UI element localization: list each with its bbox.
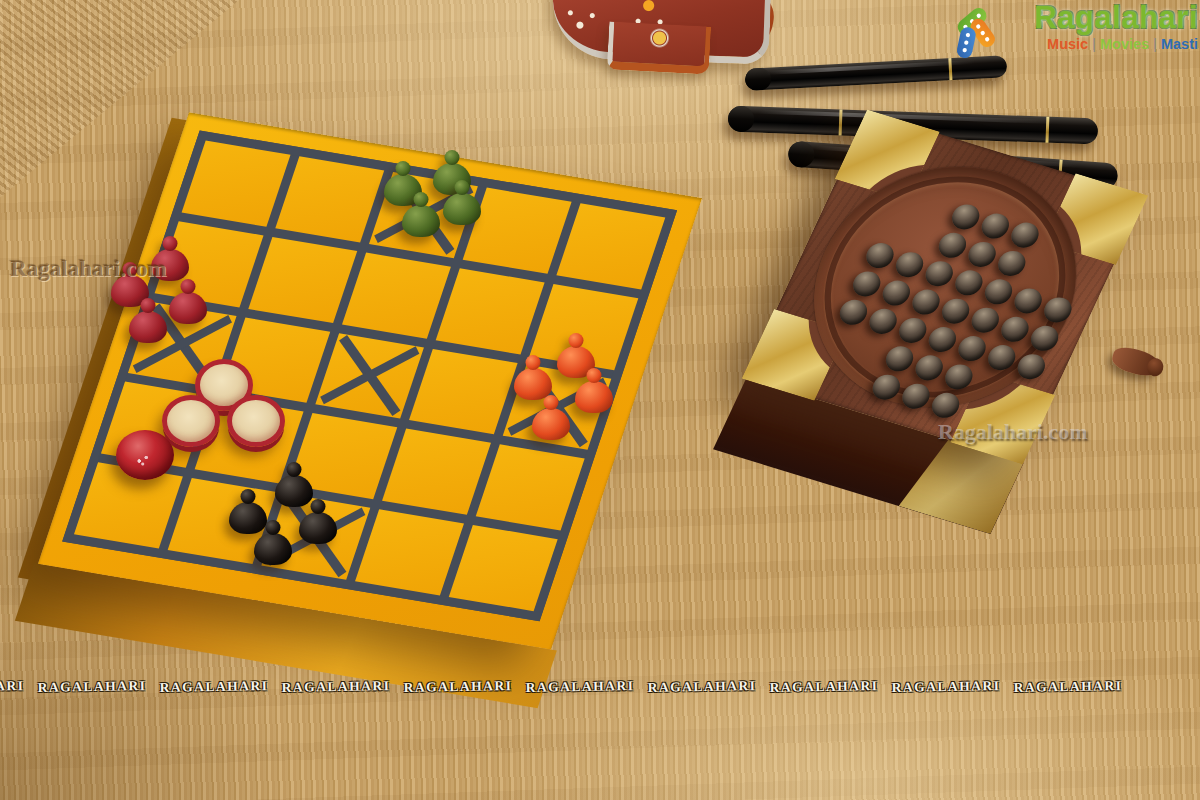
logo-tagline: Music|Movies|Masti (1004, 36, 1198, 52)
tagline-separator: | (1092, 36, 1096, 52)
solitaire-ball (862, 240, 898, 271)
solitaire-ball (911, 352, 947, 383)
tagline-separator: | (1153, 36, 1157, 52)
solitaire-ball (967, 305, 1003, 336)
board-cell-4-5 (476, 445, 585, 531)
solitaire-ball (892, 249, 928, 280)
filmstrip-bird-icon (946, 2, 1004, 60)
pen-cap (787, 141, 815, 169)
board-cell-1-5 (556, 203, 665, 289)
tagline-masti: Masti (1161, 36, 1198, 52)
solitaire-ball (908, 286, 944, 317)
watermark: Ragalahari.com (10, 256, 167, 282)
board-cell-5-1 (74, 462, 183, 548)
solitaire-ball (994, 248, 1030, 279)
solitaire-ball (934, 230, 970, 261)
tagline-movies: Movies (1100, 36, 1149, 52)
solitaire-ball (882, 343, 918, 374)
solitaire-ball (921, 258, 957, 289)
solitaire-ball (997, 314, 1033, 345)
solitaire-ball (954, 333, 990, 364)
solitaire-ball (984, 342, 1020, 373)
logo-text: Ragalahari Music|Movies|Masti (1004, 2, 1198, 52)
board-cell-4-4 (382, 429, 491, 515)
board-cell-3-2 (222, 317, 331, 403)
watermark: RAGALAHARI (647, 678, 756, 696)
watermark: RAGALAHARI (769, 678, 878, 696)
board-cell-1-3 (369, 172, 478, 258)
solitaire-ball (1040, 294, 1076, 325)
watermark: RAGALAHARI (0, 678, 25, 696)
ragalahari-logo[interactable]: Ragalahari Music|Movies|Masti (946, 2, 1198, 60)
solitaire-ball (928, 390, 964, 421)
board-cell-4-3 (288, 413, 397, 499)
solitaire-ball (951, 267, 987, 298)
solitaire-ball (898, 381, 934, 412)
board-cell-2-4 (436, 268, 545, 354)
watermark: RAGALAHARI (525, 678, 634, 696)
solitaire-ball (1027, 323, 1063, 354)
pen-gold-ring (1046, 117, 1050, 143)
board-cell-3-4 (409, 349, 518, 435)
board-cell-4-1 (101, 382, 210, 468)
board-cell-3-3 (315, 333, 424, 419)
board-cell-1-1 (182, 141, 291, 227)
watermark: RAGALAHARI (159, 678, 268, 696)
watermark: RAGALAHARI (281, 678, 390, 696)
watermark: RAGALAHARI (403, 678, 512, 696)
watermark: RAGALAHARI (1013, 678, 1122, 696)
board-cell-4-2 (195, 398, 304, 484)
solitaire-ball (849, 268, 885, 299)
solitaire-ball (878, 277, 914, 308)
painted-tray-notch (607, 21, 711, 74)
board-cell-5-2 (168, 478, 277, 564)
solitaire-ball (941, 361, 977, 392)
board-cell-2-1 (155, 221, 264, 307)
solitaire-ball (977, 210, 1013, 241)
solitaire-ball (938, 295, 974, 326)
solitaire-ball (895, 315, 931, 346)
solitaire-ball (924, 324, 960, 355)
solitaire-ball (980, 276, 1016, 307)
solitaire-ball (1013, 351, 1049, 382)
board-cell-2-2 (248, 237, 357, 323)
board-cell-3-5 (503, 364, 612, 450)
pen-gold-ring (839, 109, 843, 135)
board-cell-5-4 (355, 509, 464, 595)
board-cell-1-2 (275, 156, 384, 242)
solitaire-ball (868, 372, 904, 403)
watermark: Ragalahari.com (938, 419, 1088, 445)
solitaire-ball (1007, 219, 1043, 250)
solitaire-ball (948, 201, 984, 232)
pen-cap (728, 106, 755, 133)
solitaire-ball (1010, 285, 1046, 316)
board-cell-3-1 (128, 301, 237, 387)
watermark: RAGALAHARI (37, 678, 146, 696)
solitaire-ball (835, 297, 871, 328)
board-cell-2-5 (530, 284, 639, 370)
board-cell-5-5 (449, 525, 558, 611)
solitaire-ball (964, 239, 1000, 270)
watermark-row: RAGALAHARIRAGALAHARIRAGALAHARIRAGALAHARI… (0, 679, 1200, 699)
board-cell-5-3 (261, 494, 370, 580)
logo-title: Ragalahari (1004, 2, 1198, 35)
board-cell-1-4 (463, 188, 572, 274)
solitaire-ball (865, 306, 901, 337)
photo-stage: Ragalahari.com Ragalahari.com RAGALAHARI… (0, 0, 1200, 800)
board-cell-2-3 (342, 252, 451, 338)
tagline-music: Music (1047, 36, 1088, 52)
watermark: RAGALAHARI (891, 678, 1000, 696)
